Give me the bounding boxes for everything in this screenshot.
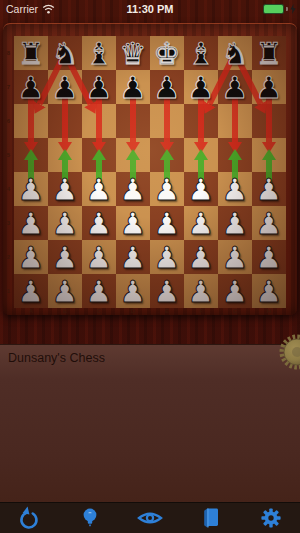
- piece-black-rook-h8[interactable]: ♜: [252, 36, 286, 70]
- chess-board[interactable]: ♜♞♝♛♚♝♞♜♟♟♟♟♟♟♟♟♟♟♟♟♟♟♟♟♟♟♟♟♟♟♟♟♟♟♟♟♟♟♟♟…: [14, 36, 286, 308]
- book-icon: [200, 506, 222, 530]
- piece-black-bishop-c8[interactable]: ♝: [82, 36, 116, 70]
- piece-white-pawn-d2[interactable]: ♟: [116, 240, 150, 274]
- piece-white-pawn-c3[interactable]: ♟: [82, 206, 116, 240]
- rank-label: 8: [3, 36, 14, 70]
- piece-white-pawn-f4[interactable]: ♟: [184, 172, 218, 206]
- square-f5[interactable]: [184, 138, 218, 172]
- piece-black-pawn-f7[interactable]: ♟: [184, 70, 218, 104]
- piece-white-pawn-c2[interactable]: ♟: [82, 240, 116, 274]
- piece-white-pawn-g2[interactable]: ♟: [218, 240, 252, 274]
- piece-black-rook-a8[interactable]: ♜: [14, 36, 48, 70]
- piece-black-king-e8[interactable]: ♚: [150, 36, 184, 70]
- piece-white-pawn-e2[interactable]: ♟: [150, 240, 184, 274]
- square-b5[interactable]: [48, 138, 82, 172]
- square-b6[interactable]: [48, 104, 82, 138]
- rank-label: 3: [3, 206, 14, 240]
- rules-book-button[interactable]: [194, 503, 228, 533]
- chess-board-frame: 87654321 ABCDEFGH ♜♞♝♛♚♝♞♜♟♟♟♟♟♟♟♟♟♟♟♟♟♟…: [3, 23, 297, 315]
- piece-white-pawn-e4[interactable]: ♟: [150, 172, 184, 206]
- square-h6[interactable]: [252, 104, 286, 138]
- piece-black-pawn-c7[interactable]: ♟: [82, 70, 116, 104]
- info-panel: Dunsany's Chess: [0, 344, 300, 503]
- piece-black-pawn-g7[interactable]: ♟: [218, 70, 252, 104]
- clock-label: 11:30 PM: [0, 3, 300, 15]
- rank-label: 7: [3, 70, 14, 104]
- square-a5[interactable]: [14, 138, 48, 172]
- square-f6[interactable]: [184, 104, 218, 138]
- piece-white-pawn-b4[interactable]: ♟: [48, 172, 82, 206]
- square-g5[interactable]: [218, 138, 252, 172]
- rank-label: 6: [3, 104, 14, 138]
- charging-bolt-icon: [290, 4, 296, 14]
- square-d5[interactable]: [116, 138, 150, 172]
- brass-gear-ornament-icon: [277, 332, 300, 372]
- piece-white-pawn-c4[interactable]: ♟: [82, 172, 116, 206]
- variant-title: Dunsany's Chess: [8, 351, 105, 365]
- piece-white-pawn-a2[interactable]: ♟: [14, 240, 48, 274]
- piece-white-pawn-g4[interactable]: ♟: [218, 172, 252, 206]
- square-e5[interactable]: [150, 138, 184, 172]
- piece-black-pawn-b7[interactable]: ♟: [48, 70, 82, 104]
- piece-white-pawn-b3[interactable]: ♟: [48, 206, 82, 240]
- app-screen: Carrier 11:30 PM 87654321 ABCDEFGH ♜♞♝♛♚…: [0, 0, 300, 533]
- piece-black-bishop-f8[interactable]: ♝: [184, 36, 218, 70]
- piece-black-pawn-e7[interactable]: ♟: [150, 70, 184, 104]
- piece-black-pawn-h7[interactable]: ♟: [252, 70, 286, 104]
- battery-cap: [286, 7, 288, 11]
- piece-black-knight-b8[interactable]: ♞: [48, 36, 82, 70]
- piece-black-pawn-d7[interactable]: ♟: [116, 70, 150, 104]
- square-e6[interactable]: [150, 104, 184, 138]
- piece-white-pawn-h2[interactable]: ♟: [252, 240, 286, 274]
- hint-button[interactable]: [73, 503, 107, 533]
- battery-icon: [263, 4, 284, 14]
- undo-button[interactable]: [12, 503, 46, 533]
- piece-white-pawn-a1[interactable]: ♟: [14, 274, 48, 308]
- piece-black-queen-d8[interactable]: ♛: [116, 36, 150, 70]
- board-pieces: ♜♞♝♛♚♝♞♜♟♟♟♟♟♟♟♟♟♟♟♟♟♟♟♟♟♟♟♟♟♟♟♟♟♟♟♟♟♟♟♟…: [14, 36, 286, 308]
- show-move-button[interactable]: [133, 503, 167, 533]
- piece-white-pawn-a3[interactable]: ♟: [14, 206, 48, 240]
- settings-button[interactable]: [254, 503, 288, 533]
- piece-white-pawn-h3[interactable]: ♟: [252, 206, 286, 240]
- piece-white-pawn-b1[interactable]: ♟: [48, 274, 82, 308]
- piece-white-pawn-c1[interactable]: ♟: [82, 274, 116, 308]
- piece-white-pawn-g1[interactable]: ♟: [218, 274, 252, 308]
- piece-white-pawn-d1[interactable]: ♟: [116, 274, 150, 308]
- undo-icon: [17, 505, 41, 531]
- piece-white-pawn-g3[interactable]: ♟: [218, 206, 252, 240]
- square-c5[interactable]: [82, 138, 116, 172]
- bottom-toolbar: [0, 502, 300, 533]
- rank-label: 4: [3, 172, 14, 206]
- square-a6[interactable]: [14, 104, 48, 138]
- piece-white-pawn-h4[interactable]: ♟: [252, 172, 286, 206]
- rank-label: 5: [3, 138, 14, 172]
- rank-labels: 87654321: [3, 36, 14, 308]
- piece-white-pawn-d3[interactable]: ♟: [116, 206, 150, 240]
- square-d6[interactable]: [116, 104, 150, 138]
- piece-white-pawn-e3[interactable]: ♟: [150, 206, 184, 240]
- piece-white-pawn-d4[interactable]: ♟: [116, 172, 150, 206]
- piece-black-pawn-a7[interactable]: ♟: [14, 70, 48, 104]
- piece-white-pawn-h1[interactable]: ♟: [252, 274, 286, 308]
- square-g6[interactable]: [218, 104, 252, 138]
- piece-white-pawn-b2[interactable]: ♟: [48, 240, 82, 274]
- piece-white-pawn-f2[interactable]: ♟: [184, 240, 218, 274]
- hint-lightbulb-icon: [78, 506, 102, 530]
- piece-black-knight-g8[interactable]: ♞: [218, 36, 252, 70]
- rank-label: 2: [3, 240, 14, 274]
- eye-icon: [137, 508, 163, 528]
- piece-white-pawn-f3[interactable]: ♟: [184, 206, 218, 240]
- piece-white-pawn-f1[interactable]: ♟: [184, 274, 218, 308]
- piece-white-pawn-e1[interactable]: ♟: [150, 274, 184, 308]
- square-h5[interactable]: [252, 138, 286, 172]
- piece-white-pawn-a4[interactable]: ♟: [14, 172, 48, 206]
- status-bar: Carrier 11:30 PM: [0, 0, 300, 20]
- square-c6[interactable]: [82, 104, 116, 138]
- rank-label: 1: [3, 274, 14, 308]
- settings-gear-icon: [259, 506, 283, 530]
